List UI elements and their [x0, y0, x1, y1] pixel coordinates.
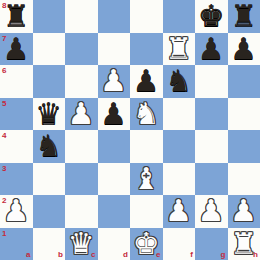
square-f2[interactable]: ♟	[163, 195, 196, 228]
square-b8[interactable]	[33, 0, 66, 33]
square-g7[interactable]: ♟	[195, 33, 228, 66]
square-f8[interactable]	[163, 0, 196, 33]
file-label-d: d	[123, 250, 128, 259]
rank-label-5: 5	[2, 99, 6, 108]
white-pawn[interactable]: ♟	[0, 195, 33, 228]
black-pawn[interactable]: ♟	[228, 33, 261, 66]
white-pawn[interactable]: ♟	[195, 195, 228, 228]
square-a8[interactable]: 8♜	[0, 0, 33, 33]
black-pawn[interactable]: ♟	[130, 65, 163, 98]
square-c6[interactable]	[65, 65, 98, 98]
square-a5[interactable]: 5	[0, 98, 33, 131]
square-c5[interactable]: ♟	[65, 98, 98, 131]
file-label-g: g	[221, 250, 226, 259]
square-g6[interactable]	[195, 65, 228, 98]
white-pawn[interactable]: ♟	[228, 195, 261, 228]
square-g5[interactable]	[195, 98, 228, 131]
square-c4[interactable]	[65, 130, 98, 163]
square-b7[interactable]	[33, 33, 66, 66]
rank-label-4: 4	[2, 131, 6, 140]
black-pawn[interactable]: ♟	[0, 33, 33, 66]
square-e2[interactable]	[130, 195, 163, 228]
square-d2[interactable]	[98, 195, 131, 228]
square-b4[interactable]: ♞	[33, 130, 66, 163]
square-e8[interactable]	[130, 0, 163, 33]
square-e4[interactable]	[130, 130, 163, 163]
square-c7[interactable]	[65, 33, 98, 66]
black-knight[interactable]: ♞	[33, 130, 66, 163]
square-c8[interactable]	[65, 0, 98, 33]
square-g1[interactable]: g	[195, 228, 228, 260]
square-h6[interactable]	[228, 65, 261, 98]
rank-label-6: 6	[2, 66, 6, 75]
square-d7[interactable]	[98, 33, 131, 66]
square-d6[interactable]: ♟	[98, 65, 131, 98]
square-g3[interactable]	[195, 163, 228, 196]
white-knight[interactable]: ♞	[130, 98, 163, 131]
square-e5[interactable]: ♞	[130, 98, 163, 131]
white-pawn[interactable]: ♟	[163, 195, 196, 228]
square-c3[interactable]	[65, 163, 98, 196]
square-a4[interactable]: 4	[0, 130, 33, 163]
black-rook[interactable]: ♜	[0, 0, 33, 33]
square-h4[interactable]	[228, 130, 261, 163]
white-queen[interactable]: ♛	[65, 228, 98, 260]
white-pawn[interactable]: ♟	[98, 65, 131, 98]
black-queen[interactable]: ♛	[33, 98, 66, 131]
file-label-a: a	[26, 250, 30, 259]
square-d3[interactable]	[98, 163, 131, 196]
black-pawn[interactable]: ♟	[98, 98, 131, 131]
square-a3[interactable]: 3	[0, 163, 33, 196]
square-f5[interactable]	[163, 98, 196, 131]
square-d5[interactable]: ♟	[98, 98, 131, 131]
file-label-f: f	[190, 250, 193, 259]
square-d1[interactable]: d	[98, 228, 131, 260]
black-rook[interactable]: ♜	[228, 0, 261, 33]
square-d4[interactable]	[98, 130, 131, 163]
square-c1[interactable]: c♛	[65, 228, 98, 260]
white-bishop[interactable]: ♝	[130, 163, 163, 196]
square-e6[interactable]: ♟	[130, 65, 163, 98]
square-a2[interactable]: 2♟	[0, 195, 33, 228]
square-h2[interactable]: ♟	[228, 195, 261, 228]
rank-label-1: 1	[2, 229, 6, 238]
black-king[interactable]: ♚	[195, 0, 228, 33]
white-pawn[interactable]: ♟	[65, 98, 98, 131]
square-c2[interactable]	[65, 195, 98, 228]
square-f1[interactable]: f	[163, 228, 196, 260]
chess-board: 8♜♚♜7♟♜♟♟6♟♟♞5♛♟♟♞4♞3♝2♟♟♟♟1abc♛de♚fgh♜	[0, 0, 260, 260]
square-e1[interactable]: e♚	[130, 228, 163, 260]
square-h8[interactable]: ♜	[228, 0, 261, 33]
square-a7[interactable]: 7♟	[0, 33, 33, 66]
square-a6[interactable]: 6	[0, 65, 33, 98]
square-f3[interactable]	[163, 163, 196, 196]
square-e3[interactable]: ♝	[130, 163, 163, 196]
file-label-b: b	[58, 250, 63, 259]
square-b5[interactable]: ♛	[33, 98, 66, 131]
square-h3[interactable]	[228, 163, 261, 196]
rank-label-3: 3	[2, 164, 6, 173]
square-b6[interactable]	[33, 65, 66, 98]
square-g8[interactable]: ♚	[195, 0, 228, 33]
square-e7[interactable]	[130, 33, 163, 66]
square-g4[interactable]	[195, 130, 228, 163]
square-d8[interactable]	[98, 0, 131, 33]
white-rook[interactable]: ♜	[163, 33, 196, 66]
square-h5[interactable]	[228, 98, 261, 131]
square-g2[interactable]: ♟	[195, 195, 228, 228]
square-b3[interactable]	[33, 163, 66, 196]
square-h1[interactable]: h♜	[228, 228, 261, 260]
white-rook[interactable]: ♜	[228, 228, 261, 260]
square-b1[interactable]: b	[33, 228, 66, 260]
square-h7[interactable]: ♟	[228, 33, 261, 66]
square-f6[interactable]: ♞	[163, 65, 196, 98]
black-pawn[interactable]: ♟	[195, 33, 228, 66]
white-king[interactable]: ♚	[130, 228, 163, 260]
square-b2[interactable]	[33, 195, 66, 228]
black-knight[interactable]: ♞	[163, 65, 196, 98]
square-f7[interactable]: ♜	[163, 33, 196, 66]
square-f4[interactable]	[163, 130, 196, 163]
square-a1[interactable]: 1a	[0, 228, 33, 260]
